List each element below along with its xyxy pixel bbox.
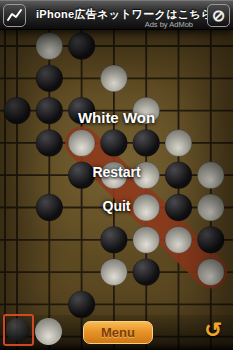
stone-black (101, 226, 128, 253)
quit-button[interactable]: Quit (0, 198, 233, 214)
menu-button[interactable]: Menu (83, 321, 153, 344)
stone-black (68, 291, 95, 318)
stone-black (133, 259, 160, 286)
stone-white (165, 130, 192, 157)
stone-black (36, 130, 63, 157)
status-text: White Won (0, 109, 233, 126)
stone-black (197, 226, 224, 253)
white-stone-selector-button[interactable] (35, 318, 62, 345)
stone-black (68, 33, 95, 60)
undo-icon[interactable]: ↺ (200, 316, 226, 344)
line-chart-icon[interactable] (3, 4, 26, 27)
stone-black (36, 65, 63, 92)
black-stone-icon (6, 318, 30, 342)
ad-banner[interactable]: iPhone広告ネットワークはこちら Ads by AdMob ⊘ (0, 0, 233, 30)
app-screen: iPhone広告ネットワークはこちら Ads by AdMob ⊘ White … (0, 0, 233, 350)
restart-button[interactable]: Restart (0, 164, 233, 180)
stone-white (133, 226, 160, 253)
no-ads-icon[interactable]: ⊘ (207, 4, 230, 27)
stone-white (101, 65, 128, 92)
board-svg[interactable] (0, 30, 233, 350)
stone-white-winning (165, 226, 192, 253)
black-stone-selector-button[interactable] (3, 314, 34, 346)
ad-attribution: Ads by AdMob (145, 20, 193, 29)
stone-white (36, 33, 63, 60)
stone-white-winning (68, 130, 95, 157)
stone-black (101, 130, 128, 157)
stone-black (133, 130, 160, 157)
stone-white-winning (197, 259, 224, 286)
stone-white (101, 259, 128, 286)
goban-board[interactable] (0, 30, 233, 350)
